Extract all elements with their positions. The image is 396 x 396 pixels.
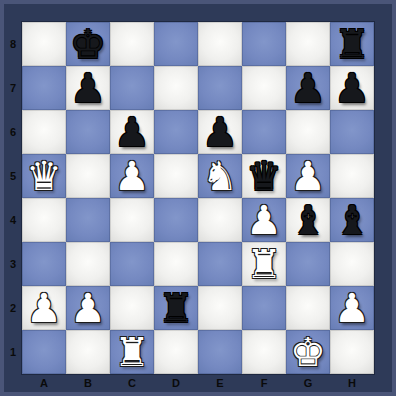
square-g7[interactable]: ♟ [286, 66, 330, 110]
square-f4[interactable]: ♟ [242, 198, 286, 242]
square-d5[interactable] [154, 154, 198, 198]
square-f3[interactable]: ♜ [242, 242, 286, 286]
square-g2[interactable] [286, 286, 330, 330]
square-a6[interactable] [22, 110, 66, 154]
rank-label-2: 2 [4, 286, 22, 330]
square-a8[interactable] [22, 22, 66, 66]
square-e8[interactable] [198, 22, 242, 66]
square-d3[interactable] [154, 242, 198, 286]
rank-label-1: 1 [4, 330, 22, 374]
rank-label-3: 3 [4, 242, 22, 286]
piece-white-pawn[interactable]: ♟ [290, 156, 326, 196]
rank-label-5: 5 [4, 154, 22, 198]
square-e7[interactable] [198, 66, 242, 110]
file-label-c: C [110, 375, 154, 392]
square-f2[interactable] [242, 286, 286, 330]
file-label-b: B [66, 375, 110, 392]
square-c8[interactable] [110, 22, 154, 66]
square-g4[interactable]: ♝ [286, 198, 330, 242]
piece-black-pawn[interactable]: ♟ [290, 68, 326, 108]
piece-black-pawn[interactable]: ♟ [334, 68, 370, 108]
file-label-f: F [242, 375, 286, 392]
square-d8[interactable] [154, 22, 198, 66]
rank-label-7: 7 [4, 66, 22, 110]
square-e6[interactable]: ♟ [198, 110, 242, 154]
piece-white-queen[interactable]: ♛ [26, 156, 62, 196]
piece-black-bishop[interactable]: ♝ [290, 200, 326, 240]
square-c4[interactable] [110, 198, 154, 242]
piece-black-pawn[interactable]: ♟ [202, 112, 238, 152]
square-h7[interactable]: ♟ [330, 66, 374, 110]
square-a7[interactable] [22, 66, 66, 110]
piece-black-rook[interactable]: ♜ [334, 24, 370, 64]
square-c3[interactable] [110, 242, 154, 286]
square-f8[interactable] [242, 22, 286, 66]
square-a4[interactable] [22, 198, 66, 242]
piece-white-rook[interactable]: ♜ [246, 244, 282, 284]
square-f1[interactable] [242, 330, 286, 374]
square-a1[interactable] [22, 330, 66, 374]
square-h8[interactable]: ♜ [330, 22, 374, 66]
square-b1[interactable] [66, 330, 110, 374]
piece-black-pawn[interactable]: ♟ [114, 112, 150, 152]
square-g3[interactable] [286, 242, 330, 286]
square-h6[interactable] [330, 110, 374, 154]
square-g1[interactable]: ♚ [286, 330, 330, 374]
square-g6[interactable] [286, 110, 330, 154]
square-a5[interactable]: ♛ [22, 154, 66, 198]
square-e2[interactable] [198, 286, 242, 330]
square-c2[interactable] [110, 286, 154, 330]
square-c6[interactable]: ♟ [110, 110, 154, 154]
square-a2[interactable]: ♟ [22, 286, 66, 330]
square-d1[interactable] [154, 330, 198, 374]
square-e1[interactable] [198, 330, 242, 374]
file-label-g: G [286, 375, 330, 392]
square-f7[interactable] [242, 66, 286, 110]
square-d4[interactable] [154, 198, 198, 242]
piece-white-king[interactable]: ♚ [290, 332, 326, 372]
square-f5[interactable]: ♛ [242, 154, 286, 198]
square-h2[interactable]: ♟ [330, 286, 374, 330]
square-h3[interactable] [330, 242, 374, 286]
file-label-a: A [22, 375, 66, 392]
piece-black-bishop[interactable]: ♝ [334, 200, 370, 240]
square-b2[interactable]: ♟ [66, 286, 110, 330]
piece-white-pawn[interactable]: ♟ [334, 288, 370, 328]
piece-white-pawn[interactable]: ♟ [114, 156, 150, 196]
square-e3[interactable] [198, 242, 242, 286]
square-b8[interactable]: ♚ [66, 22, 110, 66]
file-label-h: H [330, 375, 374, 392]
square-c5[interactable]: ♟ [110, 154, 154, 198]
piece-black-rook[interactable]: ♜ [158, 288, 194, 328]
square-f6[interactable] [242, 110, 286, 154]
square-d6[interactable] [154, 110, 198, 154]
chess-board: ♚♜♟♟♟♟♟♛♟♞♛♟♟♝♝♜♟♟♜♟♜♚ [22, 22, 374, 374]
square-e5[interactable]: ♞ [198, 154, 242, 198]
square-c1[interactable]: ♜ [110, 330, 154, 374]
square-g8[interactable] [286, 22, 330, 66]
square-h5[interactable] [330, 154, 374, 198]
piece-black-queen[interactable]: ♛ [246, 156, 282, 196]
square-b5[interactable] [66, 154, 110, 198]
piece-white-rook[interactable]: ♜ [114, 332, 150, 372]
piece-white-knight[interactable]: ♞ [202, 156, 238, 196]
piece-white-pawn[interactable]: ♟ [26, 288, 62, 328]
square-e4[interactable] [198, 198, 242, 242]
square-d7[interactable] [154, 66, 198, 110]
square-b4[interactable] [66, 198, 110, 242]
square-g5[interactable]: ♟ [286, 154, 330, 198]
piece-black-pawn[interactable]: ♟ [70, 68, 106, 108]
rank-label-6: 6 [4, 110, 22, 154]
square-b7[interactable]: ♟ [66, 66, 110, 110]
file-label-e: E [198, 375, 242, 392]
piece-white-pawn[interactable]: ♟ [246, 200, 282, 240]
square-b6[interactable] [66, 110, 110, 154]
square-h1[interactable] [330, 330, 374, 374]
chessboard-frame: ♚♜♟♟♟♟♟♛♟♞♛♟♟♝♝♜♟♟♜♟♜♚ 87654321 ABCDEFGH [0, 0, 396, 396]
file-label-d: D [154, 375, 198, 392]
square-h4[interactable]: ♝ [330, 198, 374, 242]
square-d2[interactable]: ♜ [154, 286, 198, 330]
piece-black-king[interactable]: ♚ [70, 24, 106, 64]
rank-label-4: 4 [4, 198, 22, 242]
piece-white-pawn[interactable]: ♟ [70, 288, 106, 328]
square-c7[interactable] [110, 66, 154, 110]
square-a3[interactable] [22, 242, 66, 286]
square-b3[interactable] [66, 242, 110, 286]
rank-label-8: 8 [4, 22, 22, 66]
